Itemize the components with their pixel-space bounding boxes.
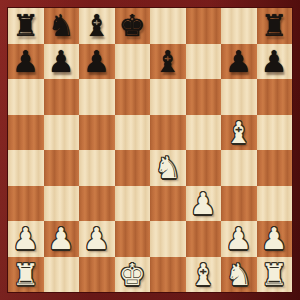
square-c3[interactable] — [79, 186, 115, 222]
square-h7[interactable]: ♟ — [257, 44, 293, 80]
square-f8[interactable] — [186, 8, 222, 44]
board-frame: ♜♞♝♚♜♟♟♟♝♟♟♝♞♟♟♟♟♟♟♜♚♝♞♜ — [0, 0, 300, 300]
white-knight-g1[interactable]: ♞ — [225, 257, 252, 292]
white-king-d1[interactable]: ♚ — [119, 257, 146, 292]
black-pawn-c7[interactable]: ♟ — [83, 44, 110, 79]
square-b1[interactable] — [44, 257, 80, 293]
square-h5[interactable] — [257, 115, 293, 151]
square-h1[interactable]: ♜ — [257, 257, 293, 293]
square-b6[interactable] — [44, 79, 80, 115]
square-c2[interactable]: ♟ — [79, 221, 115, 257]
square-c5[interactable] — [79, 115, 115, 151]
black-bishop-e7[interactable]: ♝ — [154, 44, 181, 79]
square-h3[interactable] — [257, 186, 293, 222]
square-f6[interactable] — [186, 79, 222, 115]
square-a3[interactable] — [8, 186, 44, 222]
square-d4[interactable] — [115, 150, 151, 186]
square-f7[interactable] — [186, 44, 222, 80]
black-rook-a8[interactable]: ♜ — [12, 8, 39, 43]
square-d6[interactable] — [115, 79, 151, 115]
white-pawn-h2[interactable]: ♟ — [261, 221, 288, 256]
square-a7[interactable]: ♟ — [8, 44, 44, 80]
black-knight-b8[interactable]: ♞ — [48, 8, 75, 43]
square-d3[interactable] — [115, 186, 151, 222]
square-f2[interactable] — [186, 221, 222, 257]
black-pawn-a7[interactable]: ♟ — [12, 44, 39, 79]
square-c4[interactable] — [79, 150, 115, 186]
black-king-d8[interactable]: ♚ — [119, 8, 146, 43]
white-pawn-b2[interactable]: ♟ — [48, 221, 75, 256]
square-a6[interactable] — [8, 79, 44, 115]
square-a8[interactable]: ♜ — [8, 8, 44, 44]
square-b5[interactable] — [44, 115, 80, 151]
chess-board: ♜♞♝♚♜♟♟♟♝♟♟♝♞♟♟♟♟♟♟♜♚♝♞♜ — [8, 8, 292, 292]
white-knight-e4[interactable]: ♞ — [154, 150, 181, 185]
square-h8[interactable]: ♜ — [257, 8, 293, 44]
square-g2[interactable]: ♟ — [221, 221, 257, 257]
square-a4[interactable] — [8, 150, 44, 186]
square-e3[interactable] — [150, 186, 186, 222]
square-g6[interactable] — [221, 79, 257, 115]
square-b2[interactable]: ♟ — [44, 221, 80, 257]
square-e8[interactable] — [150, 8, 186, 44]
square-e1[interactable] — [150, 257, 186, 293]
square-e7[interactable]: ♝ — [150, 44, 186, 80]
square-a5[interactable] — [8, 115, 44, 151]
square-a2[interactable]: ♟ — [8, 221, 44, 257]
black-pawn-b7[interactable]: ♟ — [48, 44, 75, 79]
square-f1[interactable]: ♝ — [186, 257, 222, 293]
square-g7[interactable]: ♟ — [221, 44, 257, 80]
square-b4[interactable] — [44, 150, 80, 186]
white-pawn-a2[interactable]: ♟ — [12, 221, 39, 256]
square-b8[interactable]: ♞ — [44, 8, 80, 44]
square-c6[interactable] — [79, 79, 115, 115]
square-g4[interactable] — [221, 150, 257, 186]
black-pawn-h7[interactable]: ♟ — [261, 44, 288, 79]
square-c1[interactable] — [79, 257, 115, 293]
white-pawn-f3[interactable]: ♟ — [190, 186, 217, 221]
white-pawn-g2[interactable]: ♟ — [225, 221, 252, 256]
square-g3[interactable] — [221, 186, 257, 222]
white-pawn-c2[interactable]: ♟ — [83, 221, 110, 256]
square-h2[interactable]: ♟ — [257, 221, 293, 257]
square-f5[interactable] — [186, 115, 222, 151]
white-bishop-g5[interactable]: ♝ — [225, 115, 252, 150]
square-d8[interactable]: ♚ — [115, 8, 151, 44]
white-rook-h1[interactable]: ♜ — [261, 257, 288, 292]
square-d1[interactable]: ♚ — [115, 257, 151, 293]
square-c7[interactable]: ♟ — [79, 44, 115, 80]
square-f3[interactable]: ♟ — [186, 186, 222, 222]
square-e2[interactable] — [150, 221, 186, 257]
square-b3[interactable] — [44, 186, 80, 222]
square-h4[interactable] — [257, 150, 293, 186]
black-bishop-c8[interactable]: ♝ — [83, 8, 110, 43]
square-h6[interactable] — [257, 79, 293, 115]
square-d7[interactable] — [115, 44, 151, 80]
square-g5[interactable]: ♝ — [221, 115, 257, 151]
square-c8[interactable]: ♝ — [79, 8, 115, 44]
square-b7[interactable]: ♟ — [44, 44, 80, 80]
square-a1[interactable]: ♜ — [8, 257, 44, 293]
white-rook-a1[interactable]: ♜ — [12, 257, 39, 292]
square-g1[interactable]: ♞ — [221, 257, 257, 293]
square-d2[interactable] — [115, 221, 151, 257]
square-d5[interactable] — [115, 115, 151, 151]
black-pawn-g7[interactable]: ♟ — [225, 44, 252, 79]
black-rook-h8[interactable]: ♜ — [261, 8, 288, 43]
square-e4[interactable]: ♞ — [150, 150, 186, 186]
square-g8[interactable] — [221, 8, 257, 44]
square-e6[interactable] — [150, 79, 186, 115]
square-f4[interactable] — [186, 150, 222, 186]
square-e5[interactable] — [150, 115, 186, 151]
white-bishop-f1[interactable]: ♝ — [190, 257, 217, 292]
